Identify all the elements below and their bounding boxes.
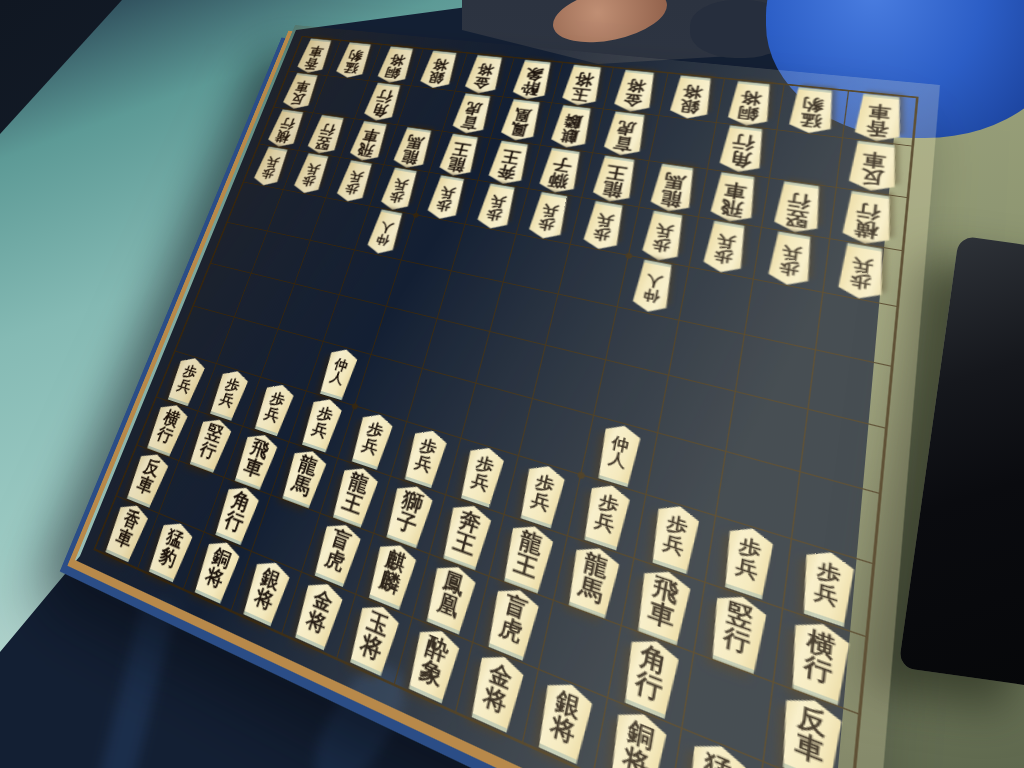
gote-pawn[interactable]: 歩兵	[420, 174, 474, 223]
gote-kirin[interactable]: 麒麟	[544, 105, 599, 151]
piece-kanji: 仲人	[362, 209, 409, 258]
gote-side-mover[interactable]: 横行	[835, 189, 902, 248]
piece-kanji: 龍王	[586, 154, 643, 205]
piece-kanji: 歩兵	[577, 200, 631, 253]
gote-pawn[interactable]: 歩兵	[469, 182, 524, 232]
piece-kanji: 銀将	[663, 75, 720, 122]
cell-f9-r12[interactable]: 銀将	[659, 74, 725, 124]
gote-pawn[interactable]: 歩兵	[575, 200, 634, 254]
piece-kanji: 角行	[712, 125, 772, 176]
piece-kanji: 歩兵	[697, 220, 754, 277]
piece-kanji: 歩兵	[331, 159, 378, 204]
gote-go-between[interactable]: 仲人	[622, 258, 684, 318]
piece-kanji: 歩兵	[762, 230, 821, 290]
gote-free-king[interactable]: 奔王	[482, 140, 536, 188]
piece-kanji: 歩兵	[422, 174, 472, 222]
piece-kanji: 飛車	[703, 171, 764, 226]
gote-dragon-horse[interactable]: 龍馬	[643, 162, 702, 215]
gote-drunk-elephant[interactable]: 酔象	[506, 59, 558, 101]
gote-gold-general[interactable]: 金将	[608, 69, 663, 114]
gote-lance[interactable]: 香車	[847, 93, 911, 145]
gote-pawn[interactable]: 歩兵	[520, 191, 577, 243]
piece-kanji: 竪行	[767, 180, 830, 237]
piece-kanji: 仲人	[314, 345, 364, 402]
piece-kanji: 歩兵	[523, 191, 575, 242]
piece-kanji: 歩兵	[471, 182, 522, 232]
piece-kanji: 猛豹	[782, 86, 842, 136]
gote-dragon-king[interactable]: 龍王	[586, 154, 643, 205]
gote-pawn[interactable]: 歩兵	[828, 241, 896, 305]
piece-kanji: 玉将	[556, 64, 610, 108]
gote-king[interactable]: 玉将	[556, 64, 610, 108]
piece-kanji: 酔象	[506, 59, 558, 101]
gote-silver-general[interactable]: 銀将	[414, 50, 463, 90]
gote-phoenix[interactable]: 鳳凰	[494, 99, 547, 144]
piece-kanji: 反車	[841, 140, 906, 195]
piece-kanji: 鳳凰	[494, 99, 547, 144]
cell-f10-r12[interactable]: 銅将	[717, 79, 785, 130]
piece-kanji: 盲虎	[447, 93, 499, 137]
gote-copper-general[interactable]: 銅将	[721, 80, 780, 128]
gote-pawn[interactable]: 歩兵	[759, 230, 824, 291]
piece-kanji: 麒麟	[544, 105, 599, 151]
cell-f8-r12[interactable]: 金将	[604, 68, 668, 116]
piece-kanji: 銅将	[721, 80, 780, 128]
piece-kanji: 歩兵	[375, 167, 423, 214]
gote-blind-tiger[interactable]: 盲虎	[447, 93, 499, 137]
gote-lion[interactable]: 獅子	[533, 147, 589, 196]
gote-bishop[interactable]: 角行	[712, 125, 772, 176]
gote-dragon-king[interactable]: 龍王	[433, 133, 486, 179]
photo-chu-shogi-scene: 香車猛豹銅将銀将金将酔象玉将金将銀将銅将猛豹香車反車角行盲虎鳳凰麒麟盲虎角行反車…	[0, 0, 1024, 768]
piece-kanji: 奔王	[482, 140, 536, 188]
gote-rook[interactable]: 飛車	[703, 171, 764, 226]
piece-kanji: 龍王	[433, 133, 486, 179]
piece-kanji: 金将	[459, 55, 510, 96]
piece-kanji: 龍馬	[643, 162, 702, 215]
cell-f8-r11[interactable]: 盲虎	[593, 110, 658, 161]
piece-kanji: 歩兵	[635, 209, 690, 264]
gote-ferocious-leopard[interactable]: 猛豹	[782, 86, 842, 136]
gote-blind-tiger[interactable]: 盲虎	[597, 111, 653, 159]
piece-kanji: 盲虎	[597, 111, 653, 159]
piece-kanji: 銀将	[414, 50, 463, 90]
gote-pawn[interactable]: 歩兵	[694, 219, 757, 277]
cell-f11-r12[interactable]: 猛豹	[778, 85, 849, 138]
piece-kanji: 仲人	[626, 259, 680, 317]
gote-pawn[interactable]: 歩兵	[373, 166, 425, 213]
piece-kanji: 獅子	[533, 147, 589, 196]
piece-kanji: 香車	[847, 93, 911, 145]
gote-dragon-horse[interactable]: 龍馬	[387, 126, 438, 171]
piece-kanji: 横行	[835, 189, 902, 248]
gote-silver-general[interactable]: 銀将	[663, 75, 720, 122]
gote-pawn[interactable]: 歩兵	[633, 209, 694, 265]
piece-kanji: 歩兵	[831, 242, 893, 304]
cell-f12-r12[interactable]: 香車	[843, 91, 916, 146]
gote-gold-general[interactable]: 金将	[459, 55, 510, 96]
gote-reverse-chariot[interactable]: 反車	[841, 140, 906, 195]
piece-kanji: 龍馬	[387, 126, 438, 171]
piece-kanji: 金将	[608, 69, 663, 114]
gote-vertical-mover[interactable]: 竪行	[767, 180, 830, 237]
